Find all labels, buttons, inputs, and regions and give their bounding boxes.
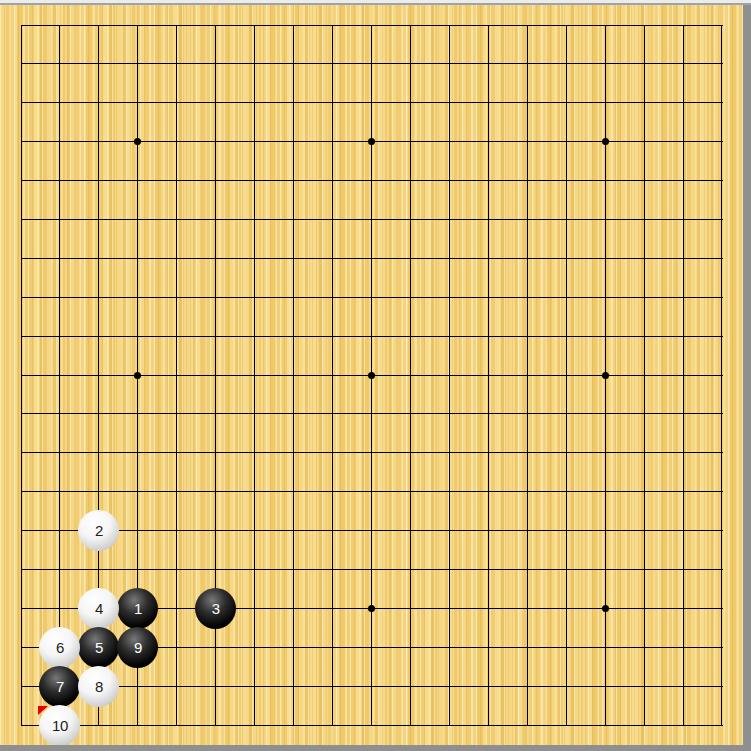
go-stone[interactable]: 4 <box>78 588 119 629</box>
move-number: 9 <box>134 640 142 655</box>
move-number: 5 <box>95 640 103 655</box>
grid-line-horizontal <box>21 180 723 181</box>
star-point <box>368 372 375 379</box>
grid-line-horizontal <box>21 258 723 259</box>
grid-line-horizontal <box>21 297 723 298</box>
go-stone[interactable]: 5 <box>78 627 119 668</box>
move-number: 1 <box>134 601 142 616</box>
grid-line-vertical <box>21 25 22 726</box>
move-number: 2 <box>95 523 103 538</box>
grid-line-vertical <box>721 25 722 726</box>
grid-line-vertical <box>566 25 567 726</box>
go-stone[interactable]: 6 <box>39 627 80 668</box>
grid-line-vertical <box>527 25 528 726</box>
star-point <box>602 372 609 379</box>
board-shadow-right <box>743 5 751 751</box>
go-stone[interactable]: 7 <box>39 666 80 707</box>
grid-line-vertical <box>644 25 645 726</box>
grid-line-horizontal <box>21 102 723 103</box>
grid-line-vertical <box>332 25 333 726</box>
star-point <box>134 138 141 145</box>
grid-line-vertical <box>293 25 294 726</box>
go-board[interactable]: 12345678910 <box>0 5 743 745</box>
grid-line-horizontal <box>21 219 723 220</box>
go-app-window: { "game": "go", "window": { "topbar_ligh… <box>0 0 751 751</box>
grid-line-horizontal <box>21 25 723 26</box>
move-number: 4 <box>95 601 103 616</box>
star-point <box>368 605 375 612</box>
go-stone[interactable]: 9 <box>117 627 158 668</box>
grid-line-horizontal <box>21 686 723 687</box>
grid-line-horizontal <box>21 530 723 531</box>
grid-line-vertical <box>488 25 489 726</box>
grid-line-horizontal <box>21 63 723 64</box>
go-stone[interactable]: 8 <box>78 666 119 707</box>
grid-line-vertical <box>59 25 60 726</box>
move-number: 7 <box>56 679 64 694</box>
grid-line-vertical <box>254 25 255 726</box>
grid-line-horizontal <box>21 336 723 337</box>
go-stone[interactable]: 3 <box>195 588 236 629</box>
grid-line-vertical <box>683 25 684 726</box>
grid-line-vertical <box>410 25 411 726</box>
grid-line-vertical <box>176 25 177 726</box>
move-number: 8 <box>95 679 103 694</box>
last-move-marker <box>38 706 48 715</box>
star-point <box>602 605 609 612</box>
grid-line-vertical <box>449 25 450 726</box>
star-point <box>602 138 609 145</box>
grid-line-horizontal <box>21 452 723 453</box>
star-point <box>368 138 375 145</box>
move-number: 10 <box>52 718 68 733</box>
go-stone[interactable]: 1 <box>117 588 158 629</box>
move-number: 6 <box>56 640 64 655</box>
star-point <box>134 372 141 379</box>
grid-line-horizontal <box>21 491 723 492</box>
grid-line-horizontal <box>21 413 723 414</box>
grid-line-horizontal <box>21 725 723 726</box>
move-number: 3 <box>212 601 220 616</box>
go-stone[interactable]: 2 <box>78 510 119 551</box>
grid-line-horizontal <box>21 569 723 570</box>
board-shadow-bottom <box>0 745 743 751</box>
